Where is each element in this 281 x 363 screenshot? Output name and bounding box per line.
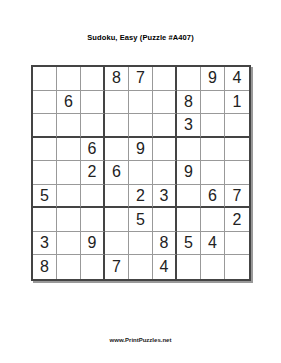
cell-r8c1[interactable]: 3	[33, 232, 57, 256]
cell-r3c1[interactable]	[33, 114, 57, 138]
grid-wrapper: 8794681369269523675239854874	[31, 65, 251, 281]
cell-r8c5[interactable]	[129, 232, 153, 256]
cell-r9c4[interactable]: 7	[105, 255, 129, 279]
cell-r2c8[interactable]	[201, 91, 225, 115]
cell-r3c9[interactable]	[225, 114, 249, 138]
cell-r7c4[interactable]	[105, 208, 129, 232]
cell-r1c2[interactable]	[57, 67, 81, 91]
cell-r1c7[interactable]	[177, 67, 201, 91]
footer-url: www.PrintPuzzles.net	[0, 337, 281, 343]
cell-r6c8[interactable]: 6	[201, 185, 225, 209]
cell-r7c2[interactable]	[57, 208, 81, 232]
cell-r2c4[interactable]	[105, 91, 129, 115]
cell-r4c6[interactable]	[153, 138, 177, 162]
cell-r5c4[interactable]: 6	[105, 161, 129, 185]
cell-r6c5[interactable]: 2	[129, 185, 153, 209]
cell-r4c3[interactable]: 6	[81, 138, 105, 162]
cell-r6c2[interactable]	[57, 185, 81, 209]
cell-r9c5[interactable]	[129, 255, 153, 279]
cell-r2c3[interactable]	[81, 91, 105, 115]
cell-r2c7[interactable]: 8	[177, 91, 201, 115]
cell-r2c9[interactable]: 1	[225, 91, 249, 115]
cell-r3c6[interactable]	[153, 114, 177, 138]
cell-r9c9[interactable]	[225, 255, 249, 279]
cell-r3c5[interactable]	[129, 114, 153, 138]
cell-r6c3[interactable]	[81, 185, 105, 209]
cell-r3c4[interactable]	[105, 114, 129, 138]
cell-r5c1[interactable]	[33, 161, 57, 185]
cell-r8c7[interactable]: 5	[177, 232, 201, 256]
cell-r9c7[interactable]	[177, 255, 201, 279]
cell-r9c8[interactable]	[201, 255, 225, 279]
cell-r5c6[interactable]	[153, 161, 177, 185]
cell-r1c4[interactable]: 8	[105, 67, 129, 91]
cell-r6c7[interactable]	[177, 185, 201, 209]
cell-r8c8[interactable]: 4	[201, 232, 225, 256]
puzzle-title: Sudoku, Easy (Puzzle #A407)	[0, 33, 281, 42]
cell-r1c3[interactable]	[81, 67, 105, 91]
cell-r8c4[interactable]	[105, 232, 129, 256]
cell-r4c1[interactable]	[33, 138, 57, 162]
cell-r6c1[interactable]: 5	[33, 185, 57, 209]
cell-r4c7[interactable]	[177, 138, 201, 162]
cell-r8c2[interactable]	[57, 232, 81, 256]
cell-r4c9[interactable]	[225, 138, 249, 162]
cell-r7c7[interactable]	[177, 208, 201, 232]
cell-r7c1[interactable]	[33, 208, 57, 232]
cell-r5c2[interactable]	[57, 161, 81, 185]
cell-r7c9[interactable]: 2	[225, 208, 249, 232]
cell-r5c3[interactable]: 2	[81, 161, 105, 185]
cell-r3c8[interactable]	[201, 114, 225, 138]
cell-r3c2[interactable]	[57, 114, 81, 138]
cell-r3c3[interactable]	[81, 114, 105, 138]
cell-r2c1[interactable]	[33, 91, 57, 115]
cell-r4c8[interactable]	[201, 138, 225, 162]
cell-r4c2[interactable]	[57, 138, 81, 162]
cell-r8c3[interactable]: 9	[81, 232, 105, 256]
cell-r1c5[interactable]: 7	[129, 67, 153, 91]
cell-r7c6[interactable]	[153, 208, 177, 232]
cell-r9c6[interactable]: 4	[153, 255, 177, 279]
sudoku-grid: 8794681369269523675239854874	[31, 65, 251, 281]
cell-r5c5[interactable]	[129, 161, 153, 185]
cell-r2c5[interactable]	[129, 91, 153, 115]
cell-r8c9[interactable]	[225, 232, 249, 256]
cell-r5c7[interactable]: 9	[177, 161, 201, 185]
cell-r9c3[interactable]	[81, 255, 105, 279]
cell-r5c8[interactable]	[201, 161, 225, 185]
cell-r3c7[interactable]: 3	[177, 114, 201, 138]
cell-r2c2[interactable]: 6	[57, 91, 81, 115]
cell-r4c4[interactable]	[105, 138, 129, 162]
cell-r9c1[interactable]: 8	[33, 255, 57, 279]
cell-r8c6[interactable]: 8	[153, 232, 177, 256]
cell-r1c9[interactable]: 4	[225, 67, 249, 91]
cell-r1c1[interactable]	[33, 67, 57, 91]
cell-r6c4[interactable]	[105, 185, 129, 209]
cell-r1c6[interactable]	[153, 67, 177, 91]
sudoku-page: Sudoku, Easy (Puzzle #A407) 879468136926…	[0, 0, 281, 363]
cell-r7c3[interactable]	[81, 208, 105, 232]
cell-r6c9[interactable]: 7	[225, 185, 249, 209]
cell-r6c6[interactable]: 3	[153, 185, 177, 209]
cell-r2c6[interactable]	[153, 91, 177, 115]
cell-r7c5[interactable]: 5	[129, 208, 153, 232]
cell-r4c5[interactable]: 9	[129, 138, 153, 162]
cell-r1c8[interactable]: 9	[201, 67, 225, 91]
cell-r9c2[interactable]	[57, 255, 81, 279]
cell-r5c9[interactable]	[225, 161, 249, 185]
cell-r7c8[interactable]	[201, 208, 225, 232]
